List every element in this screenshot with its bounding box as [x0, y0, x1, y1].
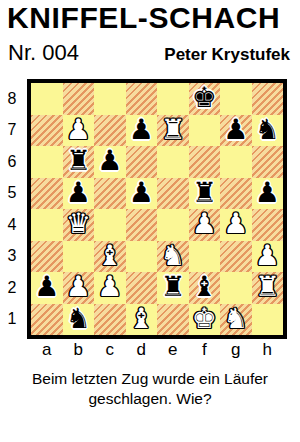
black-pawn-c6: ♟: [97, 146, 122, 177]
file-label-d: d: [126, 340, 158, 360]
chess-board: ♚♟♟♜♟♞♜♟♟♟♜♟♛♟♟♝♞♟♟♟♟♜♝♜♞♝♚♞: [27, 79, 287, 339]
square-g2: [220, 272, 252, 304]
white-knight-g1: ♞: [223, 304, 248, 335]
rank-label-6: 6: [2, 146, 22, 178]
square-g3: [220, 241, 252, 273]
square-d8: [126, 83, 158, 115]
white-pawn-c2: ♟: [97, 272, 122, 303]
page-title: KNIFFEL-SCHACH: [7, 1, 297, 35]
square-f5: ♜: [189, 178, 221, 210]
caption-line-1: Beim letzten Zug wurde ein Läufer: [0, 370, 300, 388]
square-d7: ♟: [126, 115, 158, 147]
square-a8: [31, 83, 63, 115]
file-labels: abcdefgh: [31, 340, 283, 360]
square-b4: ♛: [63, 209, 95, 241]
square-h4: [252, 209, 284, 241]
square-f7: [189, 115, 221, 147]
square-a3: [31, 241, 63, 273]
square-e1: [157, 304, 189, 336]
square-e5: [157, 178, 189, 210]
square-c5: [94, 178, 126, 210]
square-b6: ♜: [63, 146, 95, 178]
square-b5: ♟: [63, 178, 95, 210]
square-a4: [31, 209, 63, 241]
black-bishop-f2: ♝: [192, 272, 217, 303]
white-pawn-g4: ♟: [223, 209, 248, 240]
white-rook-h2: ♜: [255, 272, 280, 303]
rank-label-7: 7: [2, 115, 22, 147]
square-a1: [31, 304, 63, 336]
file-label-g: g: [220, 340, 252, 360]
white-bishop-d1: ♝: [129, 304, 154, 335]
file-label-f: f: [189, 340, 221, 360]
square-f3: [189, 241, 221, 273]
square-d2: [126, 272, 158, 304]
rank-label-3: 3: [2, 241, 22, 273]
square-a6: [31, 146, 63, 178]
rank-label-2: 2: [2, 272, 22, 304]
square-g1: ♞: [220, 304, 252, 336]
square-b3: [63, 241, 95, 273]
square-h3: ♟: [252, 241, 284, 273]
white-pawn-f4: ♟: [192, 209, 217, 240]
square-e7: ♜: [157, 115, 189, 147]
square-h8: [252, 83, 284, 115]
square-e6: [157, 146, 189, 178]
rank-label-8: 8: [2, 83, 22, 115]
square-d5: ♟: [126, 178, 158, 210]
black-rook-f5: ♜: [192, 178, 217, 209]
black-rook-e2: ♜: [160, 272, 185, 303]
square-a5: [31, 178, 63, 210]
black-pawn-a2: ♟: [34, 272, 59, 303]
rank-label-4: 4: [2, 209, 22, 241]
square-e2: ♜: [157, 272, 189, 304]
square-e8: [157, 83, 189, 115]
file-label-e: e: [157, 340, 189, 360]
square-e4: [157, 209, 189, 241]
white-knight-e3: ♞: [160, 241, 185, 272]
square-b2: ♟: [63, 272, 95, 304]
square-d3: [126, 241, 158, 273]
black-pawn-d5: ♟: [129, 178, 154, 209]
rank-label-1: 1: [2, 304, 22, 336]
square-g8: [220, 83, 252, 115]
black-pawn-d7: ♟: [129, 115, 154, 146]
black-king-f8: ♚: [192, 83, 217, 114]
square-d1: ♝: [126, 304, 158, 336]
square-b7: ♟: [63, 115, 95, 147]
square-a2: ♟: [31, 272, 63, 304]
rank-label-5: 5: [2, 178, 22, 210]
black-pawn-g7: ♟: [223, 115, 248, 146]
square-c7: [94, 115, 126, 147]
black-rook-b6: ♜: [66, 146, 91, 177]
puzzle-number: Nr. 004: [8, 40, 79, 66]
square-c3: ♝: [94, 241, 126, 273]
white-queen-b4: ♛: [66, 209, 91, 240]
square-h5: ♟: [252, 178, 284, 210]
square-c6: ♟: [94, 146, 126, 178]
square-h2: ♜: [252, 272, 284, 304]
file-label-c: c: [94, 340, 126, 360]
square-f8: ♚: [189, 83, 221, 115]
square-b1: ♞: [63, 304, 95, 336]
square-c2: ♟: [94, 272, 126, 304]
square-b8: [63, 83, 95, 115]
white-pawn-b2: ♟: [66, 272, 91, 303]
square-h1: [252, 304, 284, 336]
black-knight-h7: ♞: [255, 115, 280, 146]
square-g7: ♟: [220, 115, 252, 147]
white-pawn-b7: ♟: [66, 115, 91, 146]
puzzle-page: KNIFFEL-SCHACH Nr. 004 Peter Krystufek 8…: [0, 0, 300, 442]
square-h7: ♞: [252, 115, 284, 147]
square-d6: [126, 146, 158, 178]
file-label-a: a: [31, 340, 63, 360]
white-pawn-h3: ♟: [255, 241, 280, 272]
white-bishop-c3: ♝: [97, 241, 122, 272]
square-f6: [189, 146, 221, 178]
square-g5: [220, 178, 252, 210]
white-king-f1: ♚: [192, 304, 217, 335]
square-g6: [220, 146, 252, 178]
black-pawn-b5: ♟: [66, 178, 91, 209]
author-name: Peter Krystufek: [164, 45, 290, 65]
black-pawn-h5: ♟: [255, 178, 280, 209]
file-label-h: h: [252, 340, 284, 360]
file-label-b: b: [63, 340, 95, 360]
square-c8: [94, 83, 126, 115]
square-d4: [126, 209, 158, 241]
square-f1: ♚: [189, 304, 221, 336]
square-c4: [94, 209, 126, 241]
square-a7: [31, 115, 63, 147]
square-f4: ♟: [189, 209, 221, 241]
square-g4: ♟: [220, 209, 252, 241]
square-c1: [94, 304, 126, 336]
square-h6: [252, 146, 284, 178]
black-knight-b1: ♞: [66, 304, 91, 335]
white-rook-e7: ♜: [160, 115, 185, 146]
square-e3: ♞: [157, 241, 189, 273]
caption-line-2: geschlagen. Wie?: [0, 390, 300, 408]
square-f2: ♝: [189, 272, 221, 304]
rank-labels: 87654321: [2, 83, 22, 335]
